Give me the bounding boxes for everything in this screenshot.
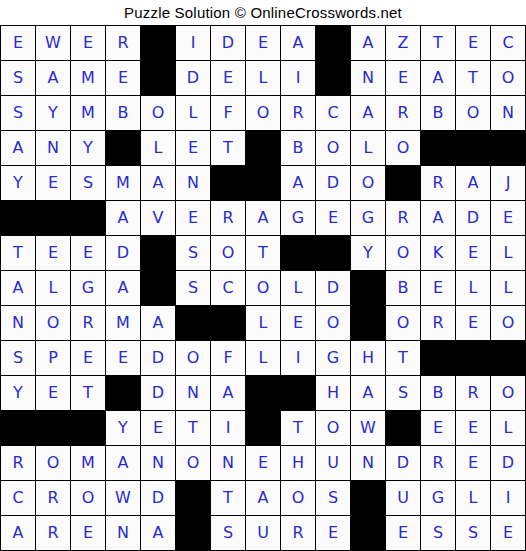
- cell-r8c13: E: [421, 271, 455, 305]
- cell-r3c8: O: [246, 96, 280, 130]
- cell-r7c1: T: [1, 236, 35, 270]
- block-cell-r4c14: [456, 131, 490, 165]
- cell-r13c15: D: [491, 446, 525, 480]
- cell-r7c13: K: [421, 236, 455, 270]
- block-cell-r12c1: [1, 411, 35, 445]
- cell-r9c1: N: [1, 306, 35, 340]
- cell-r13c5: N: [141, 446, 175, 480]
- cell-r3c12: R: [386, 96, 420, 130]
- cell-r1c9: A: [281, 26, 315, 60]
- cell-r3c9: R: [281, 96, 315, 130]
- cell-r9c15: O: [491, 306, 525, 340]
- cell-r3c10: C: [316, 96, 350, 130]
- cell-r1c7: D: [211, 26, 245, 60]
- block-cell-r7c9: [281, 236, 315, 270]
- block-cell-r9c6: [176, 306, 210, 340]
- cell-r13c13: R: [421, 446, 455, 480]
- cell-r12c5: E: [141, 411, 175, 445]
- block-cell-r6c1: [1, 201, 35, 235]
- cell-r14c2: R: [36, 481, 70, 515]
- cell-r13c8: E: [246, 446, 280, 480]
- cell-r2c9: I: [281, 61, 315, 95]
- cell-r13c14: E: [456, 446, 490, 480]
- cell-r10c8: L: [246, 341, 280, 375]
- block-cell-r2c10: [316, 61, 350, 95]
- block-cell-r12c8: [246, 411, 280, 445]
- cell-r3c11: A: [351, 96, 385, 130]
- cell-r1c12: Z: [386, 26, 420, 60]
- cell-r8c2: L: [36, 271, 70, 305]
- cell-r6c13: A: [421, 201, 455, 235]
- cell-r6c10: E: [316, 201, 350, 235]
- cell-r3c15: N: [491, 96, 525, 130]
- cell-r13c3: M: [71, 446, 105, 480]
- cell-r11c6: N: [176, 376, 210, 410]
- cell-r11c3: T: [71, 376, 105, 410]
- cell-r11c7: A: [211, 376, 245, 410]
- cell-r15c12: E: [386, 516, 420, 550]
- cell-r13c7: N: [211, 446, 245, 480]
- cell-r15c7: S: [211, 516, 245, 550]
- cell-r6c12: R: [386, 201, 420, 235]
- cell-r6c4: A: [106, 201, 140, 235]
- cell-r5c14: A: [456, 166, 490, 200]
- cell-r4c5: L: [141, 131, 175, 165]
- cell-r9c9: E: [281, 306, 315, 340]
- cell-r9c3: R: [71, 306, 105, 340]
- block-cell-r12c3: [71, 411, 105, 445]
- cell-r1c11: A: [351, 26, 385, 60]
- cell-r15c1: A: [1, 516, 35, 550]
- cell-r1c8: E: [246, 26, 280, 60]
- cell-r6c9: G: [281, 201, 315, 235]
- cell-r5c2: E: [36, 166, 70, 200]
- cell-r2c7: E: [211, 61, 245, 95]
- cell-r14c7: T: [211, 481, 245, 515]
- cell-r13c9: H: [281, 446, 315, 480]
- cell-r12c10: O: [316, 411, 350, 445]
- block-cell-r15c11: [351, 516, 385, 550]
- cell-r11c10: H: [316, 376, 350, 410]
- block-cell-r5c7: [211, 166, 245, 200]
- cell-r11c2: E: [36, 376, 70, 410]
- cell-r14c15: I: [491, 481, 525, 515]
- page-title: Puzzle Solution © OnlineCrosswords.net: [0, 0, 526, 25]
- block-cell-r6c2: [36, 201, 70, 235]
- cell-r12c4: Y: [106, 411, 140, 445]
- cell-r9c12: O: [386, 306, 420, 340]
- block-cell-r9c11: [351, 306, 385, 340]
- cell-r7c7: O: [211, 236, 245, 270]
- cell-r7c3: E: [71, 236, 105, 270]
- cell-r11c11: A: [351, 376, 385, 410]
- cell-r8c10: D: [316, 271, 350, 305]
- cell-r1c1: E: [1, 26, 35, 60]
- cell-r3c1: S: [1, 96, 35, 130]
- cell-r13c1: R: [1, 446, 35, 480]
- cell-r8c1: A: [1, 271, 35, 305]
- block-cell-r7c10: [316, 236, 350, 270]
- cell-r2c14: T: [456, 61, 490, 95]
- cell-r4c6: E: [176, 131, 210, 165]
- block-cell-r1c10: [316, 26, 350, 60]
- block-cell-r10c13: [421, 341, 455, 375]
- cell-r3c4: B: [106, 96, 140, 130]
- cell-r10c6: O: [176, 341, 210, 375]
- cell-r5c10: D: [316, 166, 350, 200]
- cell-r8c4: A: [106, 271, 140, 305]
- cell-r4c11: L: [351, 131, 385, 165]
- cell-r5c3: S: [71, 166, 105, 200]
- cell-r2c12: E: [386, 61, 420, 95]
- cell-r1c14: E: [456, 26, 490, 60]
- cell-r8c8: O: [246, 271, 280, 305]
- cell-r13c6: O: [176, 446, 210, 480]
- block-cell-r7c5: [141, 236, 175, 270]
- block-cell-r11c4: [106, 376, 140, 410]
- cell-r14c8: A: [246, 481, 280, 515]
- block-cell-r5c12: [386, 166, 420, 200]
- cell-r9c2: O: [36, 306, 70, 340]
- cell-r3c7: F: [211, 96, 245, 130]
- cell-r6c6: E: [176, 201, 210, 235]
- cell-r15c13: S: [421, 516, 455, 550]
- cell-r8c14: L: [456, 271, 490, 305]
- cell-r10c1: S: [1, 341, 35, 375]
- cell-r13c11: N: [351, 446, 385, 480]
- cell-r10c2: P: [36, 341, 70, 375]
- cell-r2c15: O: [491, 61, 525, 95]
- cell-r12c15: L: [491, 411, 525, 445]
- cell-r14c1: C: [1, 481, 35, 515]
- cell-r6c14: D: [456, 201, 490, 235]
- cell-r8c9: L: [281, 271, 315, 305]
- block-cell-r11c9: [281, 376, 315, 410]
- cell-r14c10: S: [316, 481, 350, 515]
- cell-r5c13: R: [421, 166, 455, 200]
- cell-r14c14: L: [456, 481, 490, 515]
- cell-r14c4: W: [106, 481, 140, 515]
- cell-r4c9: B: [281, 131, 315, 165]
- cell-r15c3: E: [71, 516, 105, 550]
- block-cell-r9c7: [211, 306, 245, 340]
- cell-r8c6: S: [176, 271, 210, 305]
- cell-r3c13: B: [421, 96, 455, 130]
- block-cell-r10c15: [491, 341, 525, 375]
- block-cell-r4c15: [491, 131, 525, 165]
- cell-r5c11: O: [351, 166, 385, 200]
- crossword-grid: EWERIDEAAZTECSAMEDELINEATOSYMBOLFORCARBO…: [0, 25, 526, 551]
- cell-r14c12: U: [386, 481, 420, 515]
- cell-r11c1: Y: [1, 376, 35, 410]
- cell-r11c15: O: [491, 376, 525, 410]
- block-cell-r1c5: [141, 26, 175, 60]
- cell-r10c3: E: [71, 341, 105, 375]
- cell-r2c11: N: [351, 61, 385, 95]
- block-cell-r15c6: [176, 516, 210, 550]
- cell-r15c14: S: [456, 516, 490, 550]
- cell-r4c12: O: [386, 131, 420, 165]
- cell-r12c7: I: [211, 411, 245, 445]
- cell-r8c12: B: [386, 271, 420, 305]
- cell-r15c9: R: [281, 516, 315, 550]
- cell-r4c2: N: [36, 131, 70, 165]
- cell-r2c3: M: [71, 61, 105, 95]
- cell-r11c13: B: [421, 376, 455, 410]
- block-cell-r10c14: [456, 341, 490, 375]
- cell-r5c5: A: [141, 166, 175, 200]
- cell-r10c7: F: [211, 341, 245, 375]
- cell-r13c12: D: [386, 446, 420, 480]
- cell-r7c12: O: [386, 236, 420, 270]
- block-cell-r6c3: [71, 201, 105, 235]
- cell-r7c14: E: [456, 236, 490, 270]
- cell-r13c2: O: [36, 446, 70, 480]
- cell-r1c2: W: [36, 26, 70, 60]
- cell-r7c8: T: [246, 236, 280, 270]
- cell-r15c2: R: [36, 516, 70, 550]
- block-cell-r8c11: [351, 271, 385, 305]
- cell-r12c11: W: [351, 411, 385, 445]
- cell-r6c7: R: [211, 201, 245, 235]
- cell-r1c13: T: [421, 26, 455, 60]
- cell-r6c8: A: [246, 201, 280, 235]
- cell-r11c12: S: [386, 376, 420, 410]
- cell-r6c5: V: [141, 201, 175, 235]
- cell-r3c5: O: [141, 96, 175, 130]
- cell-r13c4: A: [106, 446, 140, 480]
- cell-r12c9: T: [281, 411, 315, 445]
- cell-r10c10: G: [316, 341, 350, 375]
- cell-r1c3: E: [71, 26, 105, 60]
- cell-r3c6: L: [176, 96, 210, 130]
- cell-r9c5: A: [141, 306, 175, 340]
- cell-r2c1: S: [1, 61, 35, 95]
- cell-r14c3: O: [71, 481, 105, 515]
- cell-r10c4: E: [106, 341, 140, 375]
- cell-r7c4: D: [106, 236, 140, 270]
- cell-r2c13: A: [421, 61, 455, 95]
- cell-r5c4: M: [106, 166, 140, 200]
- cell-r5c9: A: [281, 166, 315, 200]
- cell-r1c4: R: [106, 26, 140, 60]
- cell-r13c10: U: [316, 446, 350, 480]
- cell-r12c6: T: [176, 411, 210, 445]
- cell-r15c15: E: [491, 516, 525, 550]
- cell-r4c10: O: [316, 131, 350, 165]
- block-cell-r4c8: [246, 131, 280, 165]
- block-cell-r2c5: [141, 61, 175, 95]
- cell-r11c5: D: [141, 376, 175, 410]
- cell-r6c15: E: [491, 201, 525, 235]
- cell-r2c4: E: [106, 61, 140, 95]
- cell-r5c15: J: [491, 166, 525, 200]
- cell-r2c2: A: [36, 61, 70, 95]
- cell-r8c15: L: [491, 271, 525, 305]
- cell-r9c10: O: [316, 306, 350, 340]
- cell-r1c15: C: [491, 26, 525, 60]
- cell-r8c3: G: [71, 271, 105, 305]
- cell-r10c5: D: [141, 341, 175, 375]
- cell-r14c9: O: [281, 481, 315, 515]
- cell-r5c1: Y: [1, 166, 35, 200]
- cell-r10c9: I: [281, 341, 315, 375]
- block-cell-r5c8: [246, 166, 280, 200]
- cell-r8c7: C: [211, 271, 245, 305]
- cell-r7c6: S: [176, 236, 210, 270]
- cell-r9c8: L: [246, 306, 280, 340]
- cell-r12c13: E: [421, 411, 455, 445]
- block-cell-r11c8: [246, 376, 280, 410]
- cell-r9c14: E: [456, 306, 490, 340]
- cell-r1c6: I: [176, 26, 210, 60]
- cell-r7c2: E: [36, 236, 70, 270]
- cell-r15c4: N: [106, 516, 140, 550]
- block-cell-r4c4: [106, 131, 140, 165]
- cell-r7c11: Y: [351, 236, 385, 270]
- cell-r4c7: T: [211, 131, 245, 165]
- block-cell-r12c2: [36, 411, 70, 445]
- cell-r9c13: R: [421, 306, 455, 340]
- cell-r3c2: Y: [36, 96, 70, 130]
- block-cell-r14c6: [176, 481, 210, 515]
- cell-r10c12: T: [386, 341, 420, 375]
- block-cell-r4c13: [421, 131, 455, 165]
- block-cell-r14c11: [351, 481, 385, 515]
- cell-r14c5: D: [141, 481, 175, 515]
- cell-r15c5: A: [141, 516, 175, 550]
- cell-r7c15: L: [491, 236, 525, 270]
- cell-r3c3: M: [71, 96, 105, 130]
- cell-r2c8: L: [246, 61, 280, 95]
- cell-r4c1: A: [1, 131, 35, 165]
- cell-r15c8: U: [246, 516, 280, 550]
- cell-r12c14: E: [456, 411, 490, 445]
- cell-r14c13: G: [421, 481, 455, 515]
- block-cell-r8c5: [141, 271, 175, 305]
- cell-r3c14: O: [456, 96, 490, 130]
- cell-r4c3: Y: [71, 131, 105, 165]
- cell-r6c11: G: [351, 201, 385, 235]
- cell-r10c11: H: [351, 341, 385, 375]
- cell-r15c10: E: [316, 516, 350, 550]
- block-cell-r12c12: [386, 411, 420, 445]
- cell-r5c6: N: [176, 166, 210, 200]
- cell-r2c6: D: [176, 61, 210, 95]
- cell-r9c4: M: [106, 306, 140, 340]
- cell-r11c14: R: [456, 376, 490, 410]
